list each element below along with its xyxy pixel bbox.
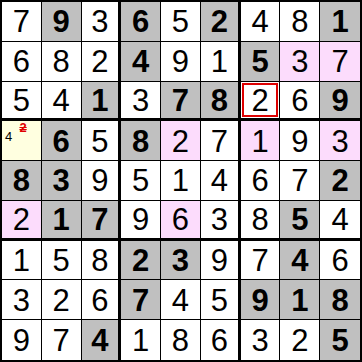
- cell-r7c1[interactable]: 1: [2, 241, 42, 281]
- cell-digit: 3: [331, 125, 348, 157]
- cell-digit: 4: [251, 5, 268, 37]
- cell-digit: 7: [291, 164, 308, 196]
- cell-digit: 5: [91, 125, 108, 157]
- cell-digit: 2: [251, 84, 268, 116]
- cell-r8c4[interactable]: 7: [121, 280, 161, 320]
- cell-r5c5[interactable]: 1: [161, 161, 201, 201]
- cell-digit: 2: [91, 45, 108, 77]
- cell-r9c5[interactable]: 8: [161, 320, 201, 360]
- cell-digit: 9: [251, 284, 268, 316]
- cell-digit: 2: [13, 203, 30, 235]
- cell-digit: 8: [91, 244, 108, 276]
- cell-digit: 2: [331, 164, 348, 196]
- cell-digit: 9: [291, 125, 308, 157]
- cell-digit: 5: [172, 5, 189, 37]
- cell-r7c8[interactable]: 4: [280, 241, 320, 281]
- cell-r4c6[interactable]: 7: [201, 121, 241, 161]
- cell-digit: 6: [172, 203, 189, 235]
- cell-r1c4[interactable]: 6: [121, 2, 161, 42]
- cell-digit: 4: [53, 84, 70, 116]
- cell-digit: 3: [13, 284, 30, 316]
- cell-r9c4[interactable]: 1: [121, 320, 161, 360]
- cell-digit: 4: [132, 45, 149, 77]
- cell-digit: 3: [211, 203, 228, 235]
- cell-digit: 8: [211, 84, 228, 116]
- cell-digit: 7: [211, 125, 228, 157]
- cell-r5c9[interactable]: 2: [320, 161, 360, 201]
- cell-digit: 5: [251, 45, 268, 77]
- cell-r9c6[interactable]: 6: [201, 320, 241, 360]
- cell-digit: 2: [172, 125, 189, 157]
- cell-r2c9[interactable]: 7: [320, 42, 360, 82]
- cell-digit: 1: [91, 84, 108, 116]
- sudoku-board: 7936524816824915375413782692465827193839…: [0, 0, 362, 362]
- cell-digit: 4: [91, 324, 108, 356]
- cell-r3c1[interactable]: 5: [2, 82, 42, 122]
- cell-r8c5[interactable]: 4: [161, 280, 201, 320]
- cell-r7c6[interactable]: 9: [201, 241, 241, 281]
- cell-r1c6[interactable]: 2: [201, 2, 241, 42]
- cell-r3c4[interactable]: 3: [121, 82, 161, 122]
- cell-digit: 9: [53, 5, 70, 37]
- cell-digit: 4: [172, 284, 189, 316]
- cell-digit: 1: [132, 324, 149, 356]
- cell-digit: 1: [251, 125, 268, 157]
- cell-digit: 7: [132, 284, 149, 316]
- cell-r8c8[interactable]: 1: [280, 280, 320, 320]
- cell-r2c7[interactable]: 5: [241, 42, 281, 82]
- cell-r3c5[interactable]: 7: [161, 82, 201, 122]
- cell-r1c5[interactable]: 5: [161, 2, 201, 42]
- cell-digit: 7: [172, 84, 189, 116]
- cell-digit: 2: [211, 5, 228, 37]
- cell-r7c7[interactable]: 7: [241, 241, 281, 281]
- cell-r6c3[interactable]: 7: [82, 201, 122, 241]
- cell-r3c2[interactable]: 4: [42, 82, 82, 122]
- cell-r2c3[interactable]: 2: [82, 42, 122, 82]
- cell-r6c9[interactable]: 4: [320, 201, 360, 241]
- cell-digit: 1: [211, 45, 228, 77]
- cell-digit: 5: [291, 203, 308, 235]
- cell-digit: 1: [53, 203, 70, 235]
- cell-r8c2[interactable]: 2: [42, 280, 82, 320]
- cell-r7c9[interactable]: 6: [320, 241, 360, 281]
- cell-r4c1[interactable]: 24: [2, 121, 42, 161]
- cell-r4c4[interactable]: 8: [121, 121, 161, 161]
- cell-digit: 7: [331, 45, 348, 77]
- cell-digit: 6: [331, 244, 348, 276]
- cell-r9c3[interactable]: 4: [82, 320, 122, 360]
- cell-r8c7[interactable]: 9: [241, 280, 281, 320]
- cell-r6c7[interactable]: 8: [241, 201, 281, 241]
- cell-r4c5[interactable]: 2: [161, 121, 201, 161]
- cell-r4c2[interactable]: 6: [42, 121, 82, 161]
- cell-r3c6[interactable]: 8: [201, 82, 241, 122]
- cell-r5c4[interactable]: 5: [121, 161, 161, 201]
- cell-r5c7[interactable]: 6: [241, 161, 281, 201]
- cell-r3c3[interactable]: 1: [82, 82, 122, 122]
- cell-r1c7[interactable]: 4: [241, 2, 281, 42]
- cell-digit: 9: [331, 84, 348, 116]
- cell-r5c1[interactable]: 8: [2, 161, 42, 201]
- cell-digit: 2: [291, 324, 308, 356]
- cell-r5c3[interactable]: 9: [82, 161, 122, 201]
- cell-r7c3[interactable]: 8: [82, 241, 122, 281]
- cell-r5c6[interactable]: 4: [201, 161, 241, 201]
- cell-r8c9[interactable]: 8: [320, 280, 360, 320]
- eliminated-candidate-2: 2: [19, 121, 26, 134]
- cell-r9c9[interactable]: 5: [320, 320, 360, 360]
- cell-r9c7[interactable]: 3: [241, 320, 281, 360]
- cell-r7c2[interactable]: 5: [42, 241, 82, 281]
- cell-r1c3[interactable]: 3: [82, 2, 122, 42]
- cell-r1c8[interactable]: 8: [280, 2, 320, 42]
- cell-digit: 9: [13, 324, 30, 356]
- cell-r5c8[interactable]: 7: [280, 161, 320, 201]
- cell-r1c2[interactable]: 9: [42, 2, 82, 42]
- cell-r4c7[interactable]: 1: [241, 121, 281, 161]
- cell-digit: 3: [91, 5, 108, 37]
- cell-digit: 7: [251, 244, 268, 276]
- cell-r4c3[interactable]: 5: [82, 121, 122, 161]
- cell-digit: 8: [172, 324, 189, 356]
- cell-r7c4[interactable]: 2: [121, 241, 161, 281]
- cell-digit: 5: [211, 284, 228, 316]
- cell-r4c9[interactable]: 3: [320, 121, 360, 161]
- cell-digit: 2: [53, 284, 70, 316]
- cell-digit: 6: [13, 45, 30, 77]
- cell-r2c5[interactable]: 9: [161, 42, 201, 82]
- cell-digit: 5: [53, 244, 70, 276]
- cell-r8c1[interactable]: 3: [2, 280, 42, 320]
- cell-digit: 8: [13, 164, 30, 196]
- cell-digit: 8: [132, 125, 149, 157]
- cell-r9c2[interactable]: 7: [42, 320, 82, 360]
- cell-r2c2[interactable]: 8: [42, 42, 82, 82]
- cell-digit: 3: [172, 244, 189, 276]
- cell-digit: 5: [132, 164, 149, 196]
- cell-digit: 9: [172, 45, 189, 77]
- cell-r8c3[interactable]: 6: [82, 280, 122, 320]
- cell-digit: 5: [13, 84, 30, 116]
- cell-r9c8[interactable]: 2: [280, 320, 320, 360]
- cell-digit: 7: [91, 203, 108, 235]
- cell-r6c8[interactable]: 5: [280, 201, 320, 241]
- cell-r8c6[interactable]: 5: [201, 280, 241, 320]
- cell-digit: 9: [132, 203, 149, 235]
- cell-digit: 6: [211, 324, 228, 356]
- cell-digit: 3: [53, 164, 70, 196]
- cell-digit: 8: [53, 45, 70, 77]
- cell-digit: 6: [132, 5, 149, 37]
- cell-r6c1[interactable]: 2: [2, 201, 42, 241]
- cell-r2c4[interactable]: 4: [121, 42, 161, 82]
- cell-digit: 1: [13, 244, 30, 276]
- cell-digit: 3: [291, 45, 308, 77]
- cell-digit: 2: [132, 244, 149, 276]
- cell-digit: 1: [331, 5, 348, 37]
- cell-r2c6[interactable]: 1: [201, 42, 241, 82]
- cell-r4c8[interactable]: 9: [280, 121, 320, 161]
- cell-digit: 8: [251, 203, 268, 235]
- cell-r1c9[interactable]: 1: [320, 2, 360, 42]
- cell-r3c8[interactable]: 6: [280, 82, 320, 122]
- cell-digit: 6: [291, 84, 308, 116]
- cell-digit: 1: [291, 284, 308, 316]
- cell-digit: 7: [13, 5, 30, 37]
- cell-digit: 4: [331, 203, 348, 235]
- cell-r2c8[interactable]: 3: [280, 42, 320, 82]
- pencil-mark-4: 4: [5, 130, 12, 143]
- cell-r3c7[interactable]: 2: [241, 82, 281, 122]
- cell-r6c4[interactable]: 9: [121, 201, 161, 241]
- cell-digit: 3: [251, 324, 268, 356]
- cell-digit: 9: [91, 164, 108, 196]
- cell-r6c5[interactable]: 6: [161, 201, 201, 241]
- cell-r2c1[interactable]: 6: [2, 42, 42, 82]
- cell-r6c6[interactable]: 3: [201, 201, 241, 241]
- cell-r1c1[interactable]: 7: [2, 2, 42, 42]
- cell-digit: 4: [291, 244, 308, 276]
- cell-r6c2[interactable]: 1: [42, 201, 82, 241]
- cell-r7c5[interactable]: 3: [161, 241, 201, 281]
- cell-digit: 4: [211, 164, 228, 196]
- cell-digit: 6: [53, 125, 70, 157]
- cell-digit: 8: [331, 284, 348, 316]
- cell-digit: 7: [53, 324, 70, 356]
- cell-r9c1[interactable]: 9: [2, 320, 42, 360]
- cell-digit: 6: [251, 164, 268, 196]
- cell-digit: 5: [331, 324, 348, 356]
- cell-digit: 6: [91, 284, 108, 316]
- cell-digit: 3: [132, 84, 149, 116]
- cell-digit: 8: [291, 5, 308, 37]
- cell-r5c2[interactable]: 3: [42, 161, 82, 201]
- cell-digit: 9: [211, 244, 228, 276]
- cell-digit: 1: [172, 164, 189, 196]
- cell-r3c9[interactable]: 9: [320, 82, 360, 122]
